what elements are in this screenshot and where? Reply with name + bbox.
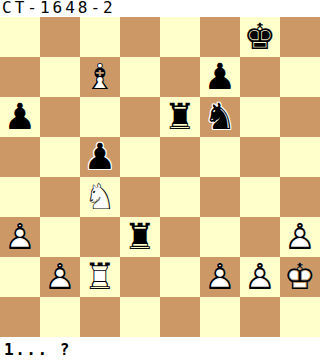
white-piece-outline: ♘ — [80, 177, 120, 217]
square-f4[interactable] — [200, 177, 240, 217]
square-g2[interactable]: ♟♙ — [240, 257, 280, 297]
square-h5[interactable] — [280, 137, 320, 177]
square-g6[interactable] — [240, 97, 280, 137]
square-c6[interactable] — [80, 97, 120, 137]
square-g1[interactable] — [240, 297, 280, 337]
square-b3[interactable] — [40, 217, 80, 257]
square-a6[interactable]: ♟ — [0, 97, 40, 137]
square-a3[interactable]: ♟♙ — [0, 217, 40, 257]
white-knight-piece[interactable]: ♞♘ — [80, 177, 120, 217]
white-rook-piece[interactable]: ♜♖ — [80, 257, 120, 297]
black-pawn-piece[interactable]: ♟ — [200, 57, 240, 97]
white-pawn-piece[interactable]: ♟♙ — [0, 217, 40, 257]
black-rook-piece[interactable]: ♜ — [120, 217, 160, 257]
square-h8[interactable] — [280, 17, 320, 57]
square-h6[interactable] — [280, 97, 320, 137]
white-piece-outline: ♗ — [80, 57, 120, 97]
square-a1[interactable] — [0, 297, 40, 337]
square-f8[interactable] — [200, 17, 240, 57]
square-e1[interactable] — [160, 297, 200, 337]
square-c3[interactable] — [80, 217, 120, 257]
square-d2[interactable] — [120, 257, 160, 297]
square-c1[interactable] — [80, 297, 120, 337]
square-h3[interactable]: ♟♙ — [280, 217, 320, 257]
puzzle-title: CT-1648-2 — [0, 0, 320, 17]
square-d5[interactable] — [120, 137, 160, 177]
square-h1[interactable] — [280, 297, 320, 337]
square-g3[interactable] — [240, 217, 280, 257]
square-b7[interactable] — [40, 57, 80, 97]
black-pawn-piece[interactable]: ♟ — [80, 137, 120, 177]
move-prompt: 1... ? — [0, 337, 320, 359]
square-a5[interactable] — [0, 137, 40, 177]
square-c7[interactable]: ♝♗ — [80, 57, 120, 97]
square-b6[interactable] — [40, 97, 80, 137]
black-rook-piece[interactable]: ♜ — [160, 97, 200, 137]
square-f7[interactable]: ♟ — [200, 57, 240, 97]
square-c2[interactable]: ♜♖ — [80, 257, 120, 297]
square-d4[interactable] — [120, 177, 160, 217]
white-piece-outline: ♖ — [80, 257, 120, 297]
square-c5[interactable]: ♟ — [80, 137, 120, 177]
white-pawn-piece[interactable]: ♟♙ — [200, 257, 240, 297]
square-b5[interactable] — [40, 137, 80, 177]
square-h2[interactable]: ♚♔ — [280, 257, 320, 297]
square-e4[interactable] — [160, 177, 200, 217]
square-g7[interactable] — [240, 57, 280, 97]
square-f6[interactable]: ♞ — [200, 97, 240, 137]
square-e2[interactable] — [160, 257, 200, 297]
black-pawn-piece[interactable]: ♟ — [0, 97, 40, 137]
square-d3[interactable]: ♜ — [120, 217, 160, 257]
square-e3[interactable] — [160, 217, 200, 257]
square-a8[interactable] — [0, 17, 40, 57]
square-h7[interactable] — [280, 57, 320, 97]
white-pawn-piece[interactable]: ♟♙ — [240, 257, 280, 297]
square-g8[interactable]: ♚ — [240, 17, 280, 57]
white-pawn-piece[interactable]: ♟♙ — [280, 217, 320, 257]
black-king-piece[interactable]: ♚ — [240, 17, 280, 57]
square-e7[interactable] — [160, 57, 200, 97]
square-b4[interactable] — [40, 177, 80, 217]
square-f5[interactable] — [200, 137, 240, 177]
white-bishop-piece[interactable]: ♝♗ — [80, 57, 120, 97]
square-d7[interactable] — [120, 57, 160, 97]
square-b2[interactable]: ♟♙ — [40, 257, 80, 297]
square-b8[interactable] — [40, 17, 80, 57]
white-piece-outline: ♙ — [0, 217, 40, 257]
chess-board: ♚♝♗♟♟♜♞♟♞♘♟♙♜♟♙♟♙♜♖♟♙♟♙♚♔ — [0, 17, 320, 337]
white-piece-outline: ♙ — [280, 217, 320, 257]
square-d8[interactable] — [120, 17, 160, 57]
square-d6[interactable] — [120, 97, 160, 137]
square-d1[interactable] — [120, 297, 160, 337]
square-e6[interactable]: ♜ — [160, 97, 200, 137]
square-a4[interactable] — [0, 177, 40, 217]
square-c8[interactable] — [80, 17, 120, 57]
white-pawn-piece[interactable]: ♟♙ — [40, 257, 80, 297]
square-f3[interactable] — [200, 217, 240, 257]
white-piece-outline: ♙ — [200, 257, 240, 297]
square-a7[interactable] — [0, 57, 40, 97]
white-piece-outline: ♔ — [280, 257, 320, 297]
white-king-piece[interactable]: ♚♔ — [280, 257, 320, 297]
white-piece-outline: ♙ — [40, 257, 80, 297]
square-g5[interactable] — [240, 137, 280, 177]
square-h4[interactable] — [280, 177, 320, 217]
square-f1[interactable] — [200, 297, 240, 337]
black-knight-piece[interactable]: ♞ — [200, 97, 240, 137]
white-piece-outline: ♙ — [240, 257, 280, 297]
square-c4[interactable]: ♞♘ — [80, 177, 120, 217]
square-b1[interactable] — [40, 297, 80, 337]
square-g4[interactable] — [240, 177, 280, 217]
square-f2[interactable]: ♟♙ — [200, 257, 240, 297]
square-e8[interactable] — [160, 17, 200, 57]
square-a2[interactable] — [0, 257, 40, 297]
square-e5[interactable] — [160, 137, 200, 177]
